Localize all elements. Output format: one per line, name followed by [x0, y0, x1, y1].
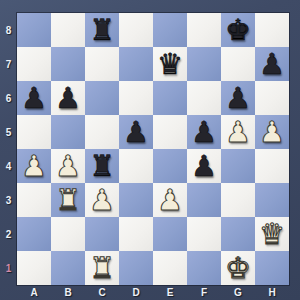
square-g4[interactable] — [221, 149, 255, 183]
square-h3[interactable] — [255, 183, 289, 217]
white-queen-h2[interactable]: ♛ — [255, 217, 289, 251]
square-e7[interactable]: ♛ — [153, 47, 187, 81]
square-f3[interactable] — [187, 183, 221, 217]
square-e6[interactable] — [153, 81, 187, 115]
square-c3[interactable]: ♟ — [85, 183, 119, 217]
white-pawn-b4[interactable]: ♟ — [51, 149, 85, 183]
square-a8[interactable] — [17, 13, 51, 47]
black-king-g8[interactable]: ♚ — [221, 13, 255, 47]
black-queen-e7[interactable]: ♛ — [153, 47, 187, 81]
square-f7[interactable] — [187, 47, 221, 81]
square-b6[interactable]: ♟ — [51, 81, 85, 115]
square-d6[interactable] — [119, 81, 153, 115]
white-king-g1[interactable]: ♚ — [221, 251, 255, 285]
white-rook-b3[interactable]: ♜ — [51, 183, 85, 217]
square-b1[interactable] — [51, 251, 85, 285]
square-d4[interactable] — [119, 149, 153, 183]
square-a4[interactable]: ♟ — [17, 149, 51, 183]
square-b7[interactable] — [51, 47, 85, 81]
square-a5[interactable] — [17, 115, 51, 149]
square-c8[interactable]: ♜ — [85, 13, 119, 47]
square-b5[interactable] — [51, 115, 85, 149]
file-label-g: G — [221, 285, 255, 300]
square-g2[interactable] — [221, 217, 255, 251]
square-g5[interactable]: ♟ — [221, 115, 255, 149]
square-c6[interactable] — [85, 81, 119, 115]
square-d5[interactable]: ♟ — [119, 115, 153, 149]
black-pawn-a6[interactable]: ♟ — [17, 81, 51, 115]
square-d7[interactable] — [119, 47, 153, 81]
square-h5[interactable]: ♟ — [255, 115, 289, 149]
rank-label-4: 4 — [0, 149, 17, 183]
square-h1[interactable] — [255, 251, 289, 285]
square-c2[interactable] — [85, 217, 119, 251]
black-rook-c8[interactable]: ♜ — [85, 13, 119, 47]
square-a2[interactable] — [17, 217, 51, 251]
square-d1[interactable] — [119, 251, 153, 285]
square-c4[interactable]: ♜ — [85, 149, 119, 183]
square-g8[interactable]: ♚ — [221, 13, 255, 47]
white-rook-c1[interactable]: ♜ — [85, 251, 119, 285]
square-e3[interactable]: ♟ — [153, 183, 187, 217]
file-label-c: C — [85, 285, 119, 300]
black-pawn-h7[interactable]: ♟ — [255, 47, 289, 81]
square-c7[interactable] — [85, 47, 119, 81]
square-g3[interactable] — [221, 183, 255, 217]
white-pawn-g5[interactable]: ♟ — [221, 115, 255, 149]
square-a6[interactable]: ♟ — [17, 81, 51, 115]
square-e1[interactable] — [153, 251, 187, 285]
square-h2[interactable]: ♛ — [255, 217, 289, 251]
square-h6[interactable] — [255, 81, 289, 115]
square-f5[interactable]: ♟ — [187, 115, 221, 149]
rank-label-7: 7 — [0, 47, 17, 81]
white-pawn-a4[interactable]: ♟ — [17, 149, 51, 183]
file-label-b: B — [51, 285, 85, 300]
square-d3[interactable] — [119, 183, 153, 217]
square-g7[interactable] — [221, 47, 255, 81]
square-e5[interactable] — [153, 115, 187, 149]
square-a7[interactable] — [17, 47, 51, 81]
square-f6[interactable] — [187, 81, 221, 115]
square-g1[interactable]: ♚ — [221, 251, 255, 285]
square-e2[interactable] — [153, 217, 187, 251]
square-d2[interactable] — [119, 217, 153, 251]
square-e8[interactable] — [153, 13, 187, 47]
chess-board: ♜♚♛♟♟♟♟♟♟♟♟♟♟♜♟♜♟♟♛♜♚ — [17, 13, 289, 285]
rank-labels: 87654321 — [0, 13, 17, 285]
square-f4[interactable]: ♟ — [187, 149, 221, 183]
square-b3[interactable]: ♜ — [51, 183, 85, 217]
square-a1[interactable] — [17, 251, 51, 285]
square-b8[interactable] — [51, 13, 85, 47]
square-g6[interactable]: ♟ — [221, 81, 255, 115]
square-f1[interactable] — [187, 251, 221, 285]
file-label-a: A — [17, 285, 51, 300]
rank-label-5: 5 — [0, 115, 17, 149]
square-c5[interactable] — [85, 115, 119, 149]
rank-label-1: 1 — [0, 251, 17, 285]
rank-label-6: 6 — [0, 81, 17, 115]
square-f2[interactable] — [187, 217, 221, 251]
square-h8[interactable] — [255, 13, 289, 47]
square-e4[interactable] — [153, 149, 187, 183]
file-label-f: F — [187, 285, 221, 300]
square-d8[interactable] — [119, 13, 153, 47]
black-pawn-g6[interactable]: ♟ — [221, 81, 255, 115]
black-pawn-f4[interactable]: ♟ — [187, 149, 221, 183]
white-pawn-h5[interactable]: ♟ — [255, 115, 289, 149]
file-label-e: E — [153, 285, 187, 300]
square-a3[interactable] — [17, 183, 51, 217]
black-pawn-f5[interactable]: ♟ — [187, 115, 221, 149]
square-c1[interactable]: ♜ — [85, 251, 119, 285]
rank-label-3: 3 — [0, 183, 17, 217]
square-b2[interactable] — [51, 217, 85, 251]
black-pawn-d5[interactable]: ♟ — [119, 115, 153, 149]
square-f8[interactable] — [187, 13, 221, 47]
rank-label-2: 2 — [0, 217, 17, 251]
square-h4[interactable] — [255, 149, 289, 183]
square-h7[interactable]: ♟ — [255, 47, 289, 81]
black-pawn-b6[interactable]: ♟ — [51, 81, 85, 115]
white-pawn-e3[interactable]: ♟ — [153, 183, 187, 217]
file-label-h: H — [255, 285, 289, 300]
file-labels: ABCDEFGH — [17, 285, 289, 300]
black-rook-c4[interactable]: ♜ — [85, 149, 119, 183]
white-pawn-c3[interactable]: ♟ — [85, 183, 119, 217]
chess-diagram: 87654321 ♜♚♛♟♟♟♟♟♟♟♟♟♟♜♟♜♟♟♛♜♚ ABCDEFGH — [0, 0, 300, 300]
rank-label-8: 8 — [0, 13, 17, 47]
file-label-d: D — [119, 285, 153, 300]
square-b4[interactable]: ♟ — [51, 149, 85, 183]
